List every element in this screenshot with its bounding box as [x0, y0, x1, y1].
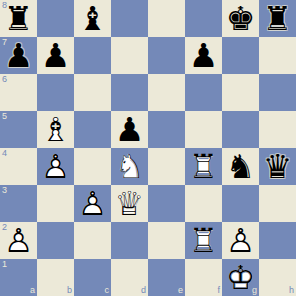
piece-white-rook[interactable]: ♜♖ — [185, 222, 222, 259]
square-e2[interactable] — [148, 222, 185, 259]
square-h8[interactable]: ♜ — [259, 0, 296, 37]
square-d4[interactable]: ♞♘ — [111, 148, 148, 185]
rank-label: 3 — [2, 186, 7, 195]
square-d2[interactable] — [111, 222, 148, 259]
piece-black-rook[interactable]: ♜ — [259, 0, 296, 37]
square-a5[interactable]: 5 — [0, 111, 37, 148]
square-f1[interactable]: f — [185, 259, 222, 296]
square-f6[interactable] — [185, 74, 222, 111]
square-b1[interactable]: b — [37, 259, 74, 296]
square-h4[interactable]: ♛ — [259, 148, 296, 185]
rank-label: 4 — [2, 149, 7, 158]
square-d1[interactable]: d — [111, 259, 148, 296]
file-label: h — [289, 286, 294, 295]
piece-black-pawn[interactable]: ♟ — [111, 111, 148, 148]
file-label: a — [30, 286, 35, 295]
square-g8[interactable]: ♚ — [222, 0, 259, 37]
rank-label: 5 — [2, 112, 7, 121]
square-h2[interactable] — [259, 222, 296, 259]
square-c3[interactable]: ♟♙ — [74, 185, 111, 222]
square-a3[interactable]: 3 — [0, 185, 37, 222]
square-b8[interactable] — [37, 0, 74, 37]
square-g6[interactable] — [222, 74, 259, 111]
rank-label: 6 — [2, 75, 7, 84]
file-label: f — [217, 286, 220, 295]
piece-black-pawn[interactable]: ♟ — [37, 37, 74, 74]
square-d6[interactable] — [111, 74, 148, 111]
square-e1[interactable]: e — [148, 259, 185, 296]
square-a1[interactable]: 1a — [0, 259, 37, 296]
square-f8[interactable] — [185, 0, 222, 37]
file-label: b — [67, 286, 72, 295]
file-label: d — [141, 286, 146, 295]
square-h6[interactable] — [259, 74, 296, 111]
square-d3[interactable]: ♛♕ — [111, 185, 148, 222]
square-a2[interactable]: 2♟♙ — [0, 222, 37, 259]
file-label: c — [105, 286, 110, 295]
square-d8[interactable] — [111, 0, 148, 37]
square-h7[interactable] — [259, 37, 296, 74]
square-g5[interactable] — [222, 111, 259, 148]
piece-white-rook[interactable]: ♜♖ — [185, 148, 222, 185]
square-c5[interactable] — [74, 111, 111, 148]
square-c7[interactable] — [74, 37, 111, 74]
piece-white-bishop[interactable]: ♝♗ — [37, 111, 74, 148]
square-a8[interactable]: 8♜ — [0, 0, 37, 37]
piece-black-rook[interactable]: ♜ — [0, 0, 37, 37]
piece-white-pawn[interactable]: ♟♙ — [0, 222, 37, 259]
square-c8[interactable]: ♝ — [74, 0, 111, 37]
square-f5[interactable] — [185, 111, 222, 148]
piece-white-pawn[interactable]: ♟♙ — [74, 185, 111, 222]
piece-black-king[interactable]: ♚ — [222, 0, 259, 37]
square-b7[interactable]: ♟ — [37, 37, 74, 74]
square-e8[interactable] — [148, 0, 185, 37]
piece-white-knight[interactable]: ♞♘ — [111, 148, 148, 185]
piece-white-pawn[interactable]: ♟♙ — [37, 148, 74, 185]
square-b3[interactable] — [37, 185, 74, 222]
square-g7[interactable] — [222, 37, 259, 74]
square-e3[interactable] — [148, 185, 185, 222]
square-h5[interactable] — [259, 111, 296, 148]
square-f2[interactable]: ♜♖ — [185, 222, 222, 259]
square-c1[interactable]: c — [74, 259, 111, 296]
square-a6[interactable]: 6 — [0, 74, 37, 111]
square-b2[interactable] — [37, 222, 74, 259]
square-e6[interactable] — [148, 74, 185, 111]
piece-white-queen[interactable]: ♛♕ — [111, 185, 148, 222]
square-a4[interactable]: 4 — [0, 148, 37, 185]
piece-black-queen[interactable]: ♛ — [259, 148, 296, 185]
piece-black-bishop[interactable]: ♝ — [74, 0, 111, 37]
square-f3[interactable] — [185, 185, 222, 222]
square-f7[interactable]: ♟ — [185, 37, 222, 74]
square-h1[interactable]: h — [259, 259, 296, 296]
square-b6[interactable] — [37, 74, 74, 111]
square-d5[interactable]: ♟ — [111, 111, 148, 148]
square-c2[interactable] — [74, 222, 111, 259]
piece-white-king[interactable]: ♚♔ — [222, 259, 259, 296]
square-b5[interactable]: ♝♗ — [37, 111, 74, 148]
chess-board: 8♜♝♚♜7♟♟♟65♝♗♟4♟♙♞♘♜♖♞♛3♟♙♛♕2♟♙♜♖♟♙1abcd… — [0, 0, 296, 296]
piece-black-pawn[interactable]: ♟ — [0, 37, 37, 74]
square-h3[interactable] — [259, 185, 296, 222]
rank-label: 1 — [2, 260, 7, 269]
square-e5[interactable] — [148, 111, 185, 148]
square-g3[interactable] — [222, 185, 259, 222]
square-c4[interactable] — [74, 148, 111, 185]
piece-black-knight[interactable]: ♞ — [222, 148, 259, 185]
square-b4[interactable]: ♟♙ — [37, 148, 74, 185]
piece-black-pawn[interactable]: ♟ — [185, 37, 222, 74]
square-d7[interactable] — [111, 37, 148, 74]
square-g4[interactable]: ♞ — [222, 148, 259, 185]
file-label: e — [178, 286, 183, 295]
square-a7[interactable]: 7♟ — [0, 37, 37, 74]
square-g2[interactable]: ♟♙ — [222, 222, 259, 259]
square-f4[interactable]: ♜♖ — [185, 148, 222, 185]
piece-white-pawn[interactable]: ♟♙ — [222, 222, 259, 259]
square-e7[interactable] — [148, 37, 185, 74]
square-g1[interactable]: g♚♔ — [222, 259, 259, 296]
square-e4[interactable] — [148, 148, 185, 185]
square-c6[interactable] — [74, 74, 111, 111]
